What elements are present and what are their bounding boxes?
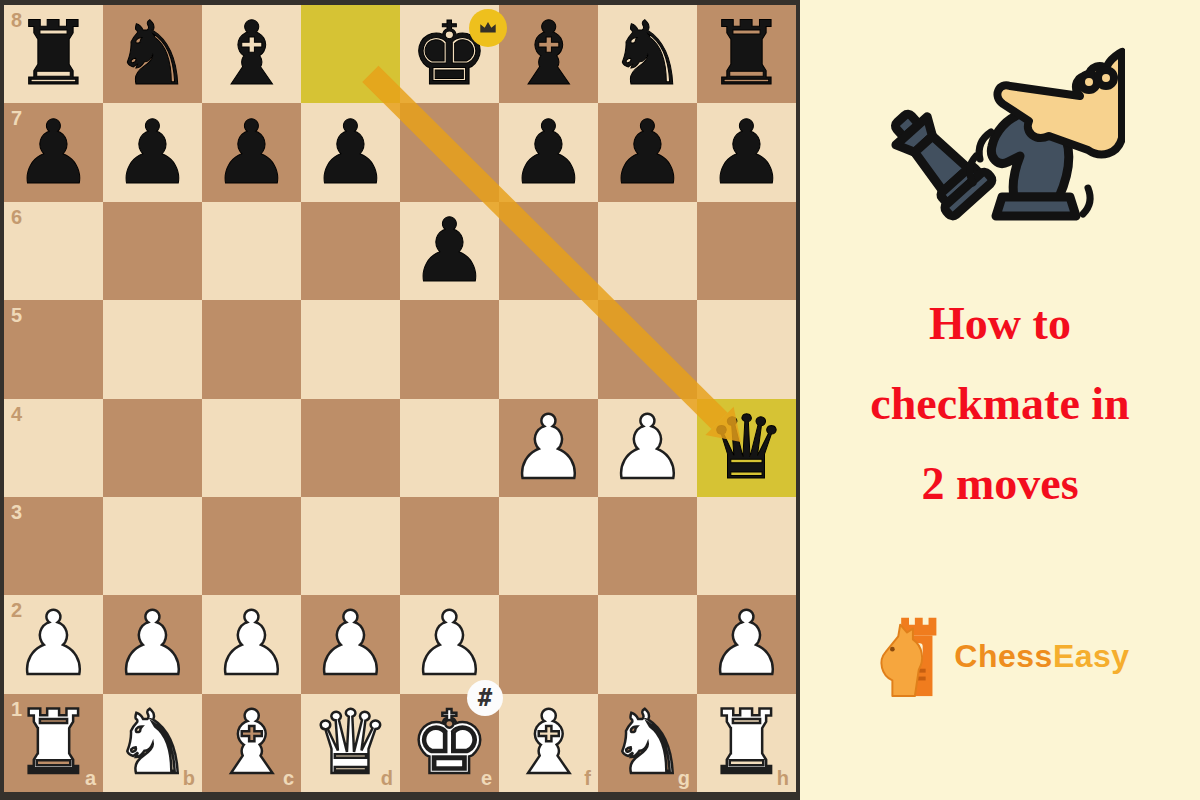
piece-white-pawn[interactable]: ♟ [301,595,400,693]
square-h8[interactable]: ♜ [697,5,796,103]
square-d7[interactable]: ♟ [301,103,400,201]
file-label-f: f [584,767,591,790]
square-g2[interactable] [598,595,697,693]
piece-black-bishop[interactable]: ♝ [202,5,301,103]
chesseasy-logo-text: ChessEasy [954,638,1129,675]
hand-piece-illustration [875,40,1125,240]
square-h1[interactable]: h♜ [697,694,796,792]
square-f6[interactable] [499,202,598,300]
square-c8[interactable]: ♝ [202,5,301,103]
square-a8[interactable]: 8♜ [4,5,103,103]
piece-black-pawn[interactable]: ♟ [598,103,697,201]
piece-white-bishop[interactable]: ♝ [499,694,598,792]
file-label-b: b [183,767,195,790]
file-label-d: d [381,767,393,790]
checkmate-hash-icon: # [467,680,503,716]
file-label-c: c [283,767,294,790]
side-panel: How to checkmate in 2 moves ChessEasy [800,0,1200,800]
piece-black-pawn[interactable]: ♟ [301,103,400,201]
file-label-g: g [678,767,690,790]
square-d2[interactable]: ♟ [301,595,400,693]
square-f8[interactable]: ♝ [499,5,598,103]
rank-label-8: 8 [11,9,22,32]
chesseasy-logo-icon [870,612,948,700]
square-c5[interactable] [202,300,301,398]
rank-label-3: 3 [11,501,22,524]
square-c2[interactable]: ♟ [202,595,301,693]
chess-board: 8♜♞♝♚♝♞♜7♟♟♟♟♟♟♟6♟54♟♟♛32♟♟♟♟♟♟1a♜b♞c♝d♛… [4,5,796,792]
page: 8♜♞♝♚♝♞♜7♟♟♟♟♟♟♟6♟54♟♟♛32♟♟♟♟♟♟1a♜b♞c♝d♛… [0,0,1200,800]
square-b6[interactable] [103,202,202,300]
square-d8[interactable] [301,5,400,103]
square-h5[interactable] [697,300,796,398]
square-h3[interactable] [697,497,796,595]
piece-white-pawn[interactable]: ♟ [499,399,598,497]
chess-board-frame: 8♜♞♝♚♝♞♜7♟♟♟♟♟♟♟6♟54♟♟♛32♟♟♟♟♟♟1a♜b♞c♝d♛… [0,0,800,800]
chesseasy-logo: ChessEasy [870,612,1129,700]
square-f4[interactable]: ♟ [499,399,598,497]
piece-black-pawn[interactable]: ♟ [697,103,796,201]
file-label-h: h [777,767,789,790]
square-h4[interactable]: ♛ [697,399,796,497]
square-a3[interactable]: 3 [4,497,103,595]
piece-white-pawn[interactable]: ♟ [400,595,499,693]
square-a4[interactable]: 4 [4,399,103,497]
piece-white-pawn[interactable]: ♟ [598,399,697,497]
piece-black-bishop[interactable]: ♝ [499,5,598,103]
piece-black-pawn[interactable]: ♟ [103,103,202,201]
square-f7[interactable]: ♟ [499,103,598,201]
square-c1[interactable]: c♝ [202,694,301,792]
square-g6[interactable] [598,202,697,300]
square-e4[interactable] [400,399,499,497]
piece-black-knight[interactable]: ♞ [598,5,697,103]
square-a7[interactable]: 7♟ [4,103,103,201]
piece-black-pawn[interactable]: ♟ [202,103,301,201]
rank-label-6: 6 [11,206,22,229]
square-c7[interactable]: ♟ [202,103,301,201]
title-line-3: 2 moves [800,444,1200,524]
square-a1[interactable]: 1a♜ [4,694,103,792]
piece-black-rook[interactable]: ♜ [697,5,796,103]
square-c3[interactable] [202,497,301,595]
square-b1[interactable]: b♞ [103,694,202,792]
rank-label-1: 1 [11,698,22,721]
square-d5[interactable] [301,300,400,398]
square-d4[interactable] [301,399,400,497]
rank-label-5: 5 [11,304,22,327]
square-b7[interactable]: ♟ [103,103,202,201]
square-b2[interactable]: ♟ [103,595,202,693]
rank-label-7: 7 [11,107,22,130]
piece-black-queen[interactable]: ♛ [697,399,796,497]
square-f3[interactable] [499,497,598,595]
piece-black-knight[interactable]: ♞ [103,5,202,103]
square-b5[interactable] [103,300,202,398]
square-g8[interactable]: ♞ [598,5,697,103]
square-h7[interactable]: ♟ [697,103,796,201]
square-e1[interactable]: e♚# [400,694,499,792]
logo-text-easy: Easy [1053,638,1130,674]
square-g3[interactable] [598,497,697,595]
square-h6[interactable] [697,202,796,300]
piece-black-pawn[interactable]: ♟ [499,103,598,201]
square-b8[interactable]: ♞ [103,5,202,103]
file-label-e: e [481,767,492,790]
title-line-1: How to [800,284,1200,364]
piece-black-pawn[interactable]: ♟ [400,202,499,300]
square-g1[interactable]: g♞ [598,694,697,792]
title-line-2: checkmate in [800,364,1200,444]
square-a5[interactable]: 5 [4,300,103,398]
square-e8[interactable]: ♚ [400,5,499,103]
square-c4[interactable] [202,399,301,497]
square-f2[interactable] [499,595,598,693]
winner-crown-icon [469,9,507,47]
square-e2[interactable]: ♟ [400,595,499,693]
rank-label-4: 4 [11,403,22,426]
page-title: How to checkmate in 2 moves [800,284,1200,524]
square-e5[interactable] [400,300,499,398]
square-f1[interactable]: f♝ [499,694,598,792]
square-c6[interactable] [202,202,301,300]
square-d6[interactable] [301,202,400,300]
square-g5[interactable] [598,300,697,398]
piece-white-pawn[interactable]: ♟ [202,595,301,693]
square-h2[interactable]: ♟ [697,595,796,693]
file-label-a: a [85,767,96,790]
square-g4[interactable]: ♟ [598,399,697,497]
square-e3[interactable] [400,497,499,595]
logo-text-chess: Chess [954,638,1053,674]
piece-white-pawn[interactable]: ♟ [103,595,202,693]
square-b3[interactable] [103,497,202,595]
square-a6[interactable]: 6 [4,202,103,300]
square-f5[interactable] [499,300,598,398]
square-a2[interactable]: 2♟ [4,595,103,693]
piece-white-pawn[interactable]: ♟ [697,595,796,693]
square-d1[interactable]: d♛ [301,694,400,792]
rank-label-2: 2 [11,599,22,622]
square-e6[interactable]: ♟ [400,202,499,300]
square-g7[interactable]: ♟ [598,103,697,201]
square-e7[interactable] [400,103,499,201]
square-b4[interactable] [103,399,202,497]
square-d3[interactable] [301,497,400,595]
